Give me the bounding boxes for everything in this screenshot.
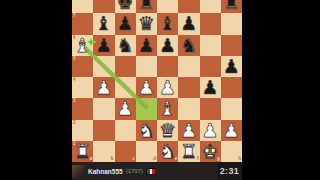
player-rating: (1707) xyxy=(126,168,143,174)
piece-white-king[interactable]: ♚ xyxy=(200,141,221,162)
square-g6[interactable] xyxy=(200,35,221,56)
square-a4[interactable]: 4 xyxy=(72,77,93,98)
square-c6[interactable]: ♞ xyxy=(115,35,136,56)
player-bar: Kahnan555 (1707) 2:31 xyxy=(72,162,242,180)
square-b6[interactable]: ♟ xyxy=(93,35,114,56)
piece-white-pawn[interactable]: ♟ xyxy=(178,120,199,141)
square-g2[interactable]: ♟ xyxy=(200,120,221,141)
square-d6[interactable]: ♟ xyxy=(136,35,157,56)
piece-white-knight[interactable]: ♞ xyxy=(136,120,157,141)
square-f7[interactable]: ♟ xyxy=(178,13,199,34)
piece-white-pawn[interactable]: ♟ xyxy=(157,77,178,98)
piece-black-rook[interactable]: ♜ xyxy=(221,0,242,13)
square-a8[interactable]: 8 xyxy=(72,0,93,13)
piece-black-bishop[interactable]: ♝ xyxy=(93,13,114,34)
piece-white-pawn[interactable]: ♟ xyxy=(200,120,221,141)
piece-black-pawn[interactable]: ♟ xyxy=(200,77,221,98)
square-c7[interactable]: ♟ xyxy=(115,13,136,34)
square-h2[interactable]: ♟ xyxy=(221,120,242,141)
square-c5[interactable] xyxy=(115,56,136,77)
player-flag-icon xyxy=(146,168,156,175)
square-c4[interactable] xyxy=(115,77,136,98)
piece-black-pawn[interactable]: ♟ xyxy=(93,35,114,56)
square-d1[interactable]: d xyxy=(136,141,157,162)
square-d5[interactable] xyxy=(136,56,157,77)
square-f2[interactable]: ♟ xyxy=(178,120,199,141)
piece-black-bishop[interactable]: ♝ xyxy=(157,13,178,34)
piece-black-queen[interactable]: ♛ xyxy=(136,13,157,34)
square-b4[interactable]: ♟ xyxy=(93,77,114,98)
square-a5[interactable]: 5 xyxy=(72,56,93,77)
square-h1[interactable]: h xyxy=(221,141,242,162)
piece-white-queen[interactable]: ♛ xyxy=(157,120,178,141)
best-move-star-icon xyxy=(86,37,96,47)
square-d4[interactable]: ♟ xyxy=(136,77,157,98)
square-b7[interactable]: ♝ xyxy=(93,13,114,34)
square-d2[interactable]: ♞ xyxy=(136,120,157,141)
square-d7[interactable]: ♛ xyxy=(136,13,157,34)
square-e4[interactable]: ♟ xyxy=(157,77,178,98)
file-label-d: d xyxy=(153,157,156,162)
rank-label-3: 3 xyxy=(73,99,76,104)
piece-white-bishop[interactable]: ♝ xyxy=(157,98,178,119)
square-a1[interactable]: 1a♜ xyxy=(72,141,93,162)
square-e6[interactable]: ♟ xyxy=(157,35,178,56)
piece-white-pawn[interactable]: ♟ xyxy=(136,77,157,98)
piece-black-pawn[interactable]: ♟ xyxy=(136,35,157,56)
player-username[interactable]: Kahnan555 xyxy=(88,168,123,175)
square-f4[interactable] xyxy=(178,77,199,98)
file-label-c: c xyxy=(132,157,135,162)
square-b5[interactable] xyxy=(93,56,114,77)
rank-label-7: 7 xyxy=(73,14,76,19)
piece-white-knight[interactable]: ♞ xyxy=(157,141,178,162)
square-d3[interactable] xyxy=(136,98,157,119)
square-h3[interactable] xyxy=(221,98,242,119)
square-e3[interactable]: ♝ xyxy=(157,98,178,119)
piece-white-rook[interactable]: ♜ xyxy=(178,141,199,162)
square-b2[interactable] xyxy=(93,120,114,141)
square-c3[interactable]: ♟ xyxy=(115,98,136,119)
square-f3[interactable] xyxy=(178,98,199,119)
square-c1[interactable]: c xyxy=(115,141,136,162)
piece-black-knight[interactable]: ♞ xyxy=(115,35,136,56)
square-h8[interactable]: ♜ xyxy=(221,0,242,13)
square-g5[interactable] xyxy=(200,56,221,77)
flag-stripe-red xyxy=(152,169,155,174)
square-e5[interactable] xyxy=(157,56,178,77)
file-label-h: h xyxy=(238,157,241,162)
chess-board: 8♚♜♜7♝♟♛♝♟6♝♟♞♟♟♞5♟4♟♟♟♟3♟♝2♞♛♟♟♟1a♜bcde… xyxy=(72,0,242,162)
square-h5[interactable]: ♟ xyxy=(221,56,242,77)
square-b3[interactable] xyxy=(93,98,114,119)
square-g4[interactable]: ♟ xyxy=(200,77,221,98)
square-e1[interactable]: e♞ xyxy=(157,141,178,162)
square-b1[interactable]: b xyxy=(93,141,114,162)
player-avatar[interactable] xyxy=(72,165,85,178)
piece-white-pawn[interactable]: ♟ xyxy=(221,120,242,141)
player-clock-box: 2:31 xyxy=(217,162,242,180)
square-c8[interactable]: ♚ xyxy=(115,0,136,13)
video-frame: 8♚♜♜7♝♟♛♝♟6♝♟♞♟♟♞5♟4♟♟♟♟3♟♝2♞♛♟♟♟1a♜bcde… xyxy=(72,0,242,180)
square-g8[interactable] xyxy=(200,0,221,13)
square-f5[interactable] xyxy=(178,56,199,77)
square-f6[interactable]: ♞ xyxy=(178,35,199,56)
file-label-b: b xyxy=(111,157,114,162)
piece-black-pawn[interactable]: ♟ xyxy=(115,13,136,34)
square-d8[interactable]: ♜ xyxy=(136,0,157,13)
square-c2[interactable] xyxy=(115,120,136,141)
piece-black-pawn[interactable]: ♟ xyxy=(221,56,242,77)
square-e2[interactable]: ♛ xyxy=(157,120,178,141)
piece-black-pawn[interactable]: ♟ xyxy=(157,35,178,56)
piece-black-knight[interactable]: ♞ xyxy=(178,35,199,56)
player-clock: 2:31 xyxy=(220,166,239,176)
square-f8[interactable] xyxy=(178,0,199,13)
square-g1[interactable]: g♚ xyxy=(200,141,221,162)
rank-label-2: 2 xyxy=(73,121,76,126)
square-g3[interactable] xyxy=(200,98,221,119)
piece-white-rook[interactable]: ♜ xyxy=(72,141,93,162)
square-h7[interactable] xyxy=(221,13,242,34)
piece-black-rook[interactable]: ♜ xyxy=(136,0,157,13)
square-a2[interactable]: 2 xyxy=(72,120,93,141)
square-e8[interactable] xyxy=(157,0,178,13)
rank-label-4: 4 xyxy=(73,78,76,83)
square-a7[interactable]: 7 xyxy=(72,13,93,34)
square-g7[interactable] xyxy=(200,13,221,34)
square-a3[interactable]: 3 xyxy=(72,98,93,119)
square-f1[interactable]: f♜ xyxy=(178,141,199,162)
square-e7[interactable]: ♝ xyxy=(157,13,178,34)
piece-white-pawn[interactable]: ♟ xyxy=(115,98,136,119)
square-h4[interactable] xyxy=(221,77,242,98)
piece-black-king[interactable]: ♚ xyxy=(115,0,136,13)
square-b8[interactable] xyxy=(93,0,114,13)
piece-white-pawn[interactable]: ♟ xyxy=(93,77,114,98)
rank-label-5: 5 xyxy=(73,57,76,62)
square-h6[interactable] xyxy=(221,35,242,56)
piece-black-pawn[interactable]: ♟ xyxy=(178,13,199,34)
